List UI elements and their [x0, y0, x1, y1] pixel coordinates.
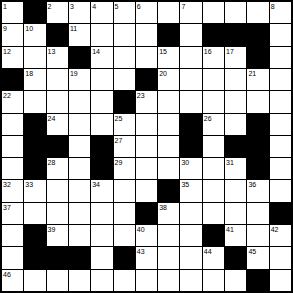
cell-r9c1[interactable]: [24, 203, 45, 224]
cell-r5c9[interactable]: 26: [203, 114, 224, 135]
cell-r9c11[interactable]: [247, 203, 268, 224]
clue-number-35: 35: [181, 180, 189, 189]
cell-r1c8[interactable]: [180, 24, 201, 45]
cell-r4c11[interactable]: [247, 91, 268, 112]
cell-r5c7[interactable]: [158, 114, 179, 135]
cell-r9c9[interactable]: [203, 203, 224, 224]
clue-number-44: 44: [204, 247, 212, 256]
cell-r5c3[interactable]: [69, 114, 90, 135]
block-cell-r7c4: [91, 158, 112, 179]
cell-r6c5[interactable]: 27: [114, 136, 135, 157]
cell-r8c0[interactable]: 32: [2, 180, 23, 201]
block-cell-r6c4: [91, 136, 112, 157]
cell-r11c7[interactable]: [158, 247, 179, 268]
cell-r8c4[interactable]: 34: [91, 180, 112, 201]
block-cell-r7c1: [24, 158, 45, 179]
cell-r4c9[interactable]: [203, 91, 224, 112]
clue-number-28: 28: [48, 158, 56, 167]
cell-r8c1[interactable]: 33: [24, 180, 45, 201]
clue-number-33: 33: [25, 180, 33, 189]
cell-r9c5[interactable]: [114, 203, 135, 224]
clue-number-17: 17: [226, 47, 234, 56]
cell-r5c10[interactable]: [225, 114, 246, 135]
cell-r3c8[interactable]: [180, 69, 201, 90]
cell-r8c6[interactable]: [136, 180, 157, 201]
cell-r4c2[interactable]: [47, 91, 68, 112]
clue-number-19: 19: [70, 69, 78, 78]
block-cell-r6c2: [47, 136, 68, 157]
cell-r10c0[interactable]: [2, 225, 23, 246]
clue-number-40: 40: [137, 225, 145, 234]
cell-r2c1[interactable]: [24, 47, 45, 68]
cell-r11c8[interactable]: [180, 247, 201, 268]
cell-r0c3[interactable]: 3: [69, 2, 90, 23]
cell-r0c9[interactable]: [203, 2, 224, 23]
clue-number-32: 32: [3, 180, 11, 189]
cell-r2c6[interactable]: [136, 47, 157, 68]
cell-r12c6[interactable]: [136, 270, 157, 291]
cell-r5c12[interactable]: [270, 114, 291, 135]
cell-r7c7[interactable]: [158, 158, 179, 179]
cell-r7c9[interactable]: [203, 158, 224, 179]
cell-r2c9[interactable]: 16: [203, 47, 224, 68]
cell-r1c4[interactable]: [91, 24, 112, 45]
cell-r7c10[interactable]: 31: [225, 158, 246, 179]
cell-r0c8[interactable]: 7: [180, 2, 201, 23]
cell-r6c3[interactable]: [69, 136, 90, 157]
cell-r4c8[interactable]: [180, 91, 201, 112]
clue-number-14: 14: [92, 47, 100, 56]
block-cell-r11c10: [225, 247, 246, 268]
cell-r1c0[interactable]: 9: [2, 24, 23, 45]
cell-r10c4[interactable]: [91, 225, 112, 246]
cell-r5c4[interactable]: [91, 114, 112, 135]
cell-r6c12[interactable]: [270, 136, 291, 157]
cell-r10c11[interactable]: [247, 225, 268, 246]
block-cell-r5c8: [180, 114, 201, 135]
clue-number-18: 18: [25, 69, 33, 78]
cell-r12c10[interactable]: [225, 270, 246, 291]
cell-r0c4[interactable]: 4: [91, 2, 112, 23]
cell-r9c10[interactable]: [225, 203, 246, 224]
clue-number-23: 23: [137, 91, 145, 100]
cell-r11c9[interactable]: 44: [203, 247, 224, 268]
cell-r3c3[interactable]: 19: [69, 69, 90, 90]
clue-number-2: 2: [48, 2, 52, 11]
cell-r6c6[interactable]: [136, 136, 157, 157]
cell-r9c0[interactable]: 37: [2, 203, 23, 224]
cell-r11c12[interactable]: [270, 247, 291, 268]
cell-r0c5[interactable]: 5: [114, 2, 135, 23]
clue-number-4: 4: [92, 2, 96, 11]
cell-r3c10[interactable]: [225, 69, 246, 90]
block-cell-r12c11: [247, 270, 268, 291]
clue-number-42: 42: [271, 225, 279, 234]
cell-r4c4[interactable]: [91, 91, 112, 112]
clue-number-10: 10: [25, 24, 33, 33]
cell-r6c7[interactable]: [158, 136, 179, 157]
cell-r6c9[interactable]: [203, 136, 224, 157]
cell-r8c12[interactable]: [270, 180, 291, 201]
block-cell-r2c3: [69, 47, 90, 68]
cell-r8c10[interactable]: [225, 180, 246, 201]
cell-r11c4[interactable]: [91, 247, 112, 268]
block-cell-r5c1: [24, 114, 45, 135]
cell-r10c8[interactable]: [180, 225, 201, 246]
cell-r10c7[interactable]: [158, 225, 179, 246]
clue-number-41: 41: [226, 225, 234, 234]
clue-number-31: 31: [226, 158, 234, 167]
cell-r5c0[interactable]: [2, 114, 23, 135]
clue-number-15: 15: [159, 47, 167, 56]
cell-r6c0[interactable]: [2, 136, 23, 157]
cell-r0c2[interactable]: 2: [47, 2, 68, 23]
clue-number-11: 11: [70, 24, 77, 33]
clue-number-7: 7: [181, 2, 185, 11]
cell-r7c8[interactable]: 30: [180, 158, 201, 179]
cell-r3c1[interactable]: 18: [24, 69, 45, 90]
block-cell-r4c5: [114, 91, 135, 112]
cell-r0c11[interactable]: [247, 2, 268, 23]
cell-r0c7[interactable]: [158, 2, 179, 23]
cell-r10c2[interactable]: 39: [47, 225, 68, 246]
block-cell-r6c11: [247, 136, 268, 157]
cell-r12c4[interactable]: [91, 270, 112, 291]
cell-r11c11[interactable]: 45: [247, 247, 268, 268]
cell-r10c6[interactable]: 40: [136, 225, 157, 246]
cell-r4c10[interactable]: [225, 91, 246, 112]
cell-r7c6[interactable]: [136, 158, 157, 179]
block-cell-r0c1: [24, 2, 45, 23]
clue-number-38: 38: [159, 203, 167, 212]
clue-number-9: 9: [3, 24, 7, 33]
cell-r2c10[interactable]: 17: [225, 47, 246, 68]
clue-number-39: 39: [48, 225, 56, 234]
clue-number-46: 46: [3, 270, 11, 279]
cell-r1c1[interactable]: 10: [24, 24, 45, 45]
cell-r0c0[interactable]: 1: [2, 2, 23, 23]
block-cell-r6c8: [180, 136, 201, 157]
cell-r12c12[interactable]: [270, 270, 291, 291]
cell-r10c3[interactable]: [69, 225, 90, 246]
block-cell-r9c12: [270, 203, 291, 224]
block-cell-r1c10: [225, 24, 246, 45]
cell-r12c5[interactable]: [114, 270, 135, 291]
cell-r8c8[interactable]: 35: [180, 180, 201, 201]
cell-r3c5[interactable]: [114, 69, 135, 90]
clue-number-22: 22: [3, 91, 11, 100]
cell-r0c6[interactable]: 6: [136, 2, 157, 23]
clue-number-13: 13: [48, 47, 56, 56]
cell-r12c8[interactable]: [180, 270, 201, 291]
block-cell-r1c2: [47, 24, 68, 45]
cell-r8c2[interactable]: [47, 180, 68, 201]
cell-r9c7[interactable]: 38: [158, 203, 179, 224]
crossword-board: 1234567891011121314151617181920212223242…: [0, 0, 293, 293]
clue-number-27: 27: [115, 136, 123, 145]
block-cell-r7c11: [247, 158, 268, 179]
cell-r2c12[interactable]: [270, 47, 291, 68]
clue-number-26: 26: [204, 114, 212, 123]
clue-number-16: 16: [204, 47, 212, 56]
cell-r3c4[interactable]: [91, 69, 112, 90]
cell-r4c7[interactable]: [158, 91, 179, 112]
cell-r3c11[interactable]: 21: [247, 69, 268, 90]
cell-r0c12[interactable]: 8: [270, 2, 291, 23]
block-cell-r6c1: [24, 136, 45, 157]
cell-r5c5[interactable]: 25: [114, 114, 135, 135]
block-cell-r1c7: [158, 24, 179, 45]
cell-r4c12[interactable]: [270, 91, 291, 112]
cell-r7c3[interactable]: [69, 158, 90, 179]
cell-r12c2[interactable]: [47, 270, 68, 291]
block-cell-r6c10: [225, 136, 246, 157]
clue-number-3: 3: [70, 2, 74, 11]
cell-r11c0[interactable]: [2, 247, 23, 268]
clue-number-6: 6: [137, 2, 141, 11]
cell-r7c5[interactable]: 29: [114, 158, 135, 179]
clue-number-24: 24: [48, 114, 56, 123]
cell-r1c12[interactable]: [270, 24, 291, 45]
clue-number-34: 34: [92, 180, 100, 189]
cell-r3c12[interactable]: [270, 69, 291, 90]
clue-number-5: 5: [115, 2, 119, 11]
cell-r9c2[interactable]: [47, 203, 68, 224]
block-cell-r1c9: [203, 24, 224, 45]
cell-r4c1[interactable]: [24, 91, 45, 112]
cell-r7c2[interactable]: 28: [47, 158, 68, 179]
cell-r10c12[interactable]: 42: [270, 225, 291, 246]
block-cell-r9c6: [136, 203, 157, 224]
block-cell-r2c11: [247, 47, 268, 68]
cell-r9c3[interactable]: [69, 203, 90, 224]
block-cell-r11c1: [24, 247, 45, 268]
cell-r4c0[interactable]: 22: [2, 91, 23, 112]
cell-r7c12[interactable]: [270, 158, 291, 179]
cell-r12c3[interactable]: [69, 270, 90, 291]
clue-number-45: 45: [248, 247, 256, 256]
crossword-puzzle: 1234567891011121314151617181920212223242…: [0, 0, 293, 293]
block-cell-r11c2: [47, 247, 68, 268]
clue-number-43: 43: [137, 247, 145, 256]
cell-r12c9[interactable]: [203, 270, 224, 291]
cell-r12c0[interactable]: 46: [2, 270, 23, 291]
cell-r1c6[interactable]: [136, 24, 157, 45]
cell-r5c6[interactable]: [136, 114, 157, 135]
block-cell-r10c9: [203, 225, 224, 246]
cell-r3c2[interactable]: [47, 69, 68, 90]
cell-r8c3[interactable]: [69, 180, 90, 201]
cell-r2c7[interactable]: 15: [158, 47, 179, 68]
cell-r4c6[interactable]: 23: [136, 91, 157, 112]
block-cell-r3c6: [136, 69, 157, 90]
clue-number-21: 21: [248, 69, 256, 78]
cell-r4c3[interactable]: [69, 91, 90, 112]
cell-r10c10[interactable]: 41: [225, 225, 246, 246]
block-cell-r1c11: [247, 24, 268, 45]
cell-r2c5[interactable]: [114, 47, 135, 68]
cell-r9c4[interactable]: [91, 203, 112, 224]
cell-r2c8[interactable]: [180, 47, 201, 68]
cell-r5c2[interactable]: 24: [47, 114, 68, 135]
cell-r1c5[interactable]: [114, 24, 135, 45]
clue-number-12: 12: [3, 47, 11, 56]
cell-r12c1[interactable]: [24, 270, 45, 291]
cell-r0c10[interactable]: [225, 2, 246, 23]
clue-number-8: 8: [271, 2, 275, 11]
cell-r12c7[interactable]: [158, 270, 179, 291]
cell-r2c2[interactable]: 13: [47, 47, 68, 68]
block-cell-r10c1: [24, 225, 45, 246]
cell-r3c9[interactable]: [203, 69, 224, 90]
block-cell-r11c5: [114, 247, 135, 268]
block-cell-r8c7: [158, 180, 179, 201]
clue-number-36: 36: [248, 180, 256, 189]
clue-number-1: 1: [3, 2, 7, 11]
block-cell-r5c11: [247, 114, 268, 135]
block-cell-r11c3: [69, 247, 90, 268]
cell-r10c5[interactable]: [114, 225, 135, 246]
cell-r2c0[interactable]: 12: [2, 47, 23, 68]
cell-r8c11[interactable]: 36: [247, 180, 268, 201]
cell-r8c9[interactable]: [203, 180, 224, 201]
block-cell-r3c0: [2, 69, 23, 90]
clue-number-37: 37: [3, 203, 11, 212]
cell-r2c4[interactable]: 14: [91, 47, 112, 68]
clue-number-29: 29: [115, 158, 123, 167]
clue-number-25: 25: [115, 114, 123, 123]
cell-r1c3[interactable]: 11: [69, 24, 90, 45]
cell-r7c0[interactable]: [2, 158, 23, 179]
cell-r9c8[interactable]: [180, 203, 201, 224]
cell-r8c5[interactable]: [114, 180, 135, 201]
cell-r11c6[interactable]: 43: [136, 247, 157, 268]
cell-r3c7[interactable]: 20: [158, 69, 179, 90]
clue-number-30: 30: [181, 158, 189, 167]
clue-number-20: 20: [159, 69, 167, 78]
